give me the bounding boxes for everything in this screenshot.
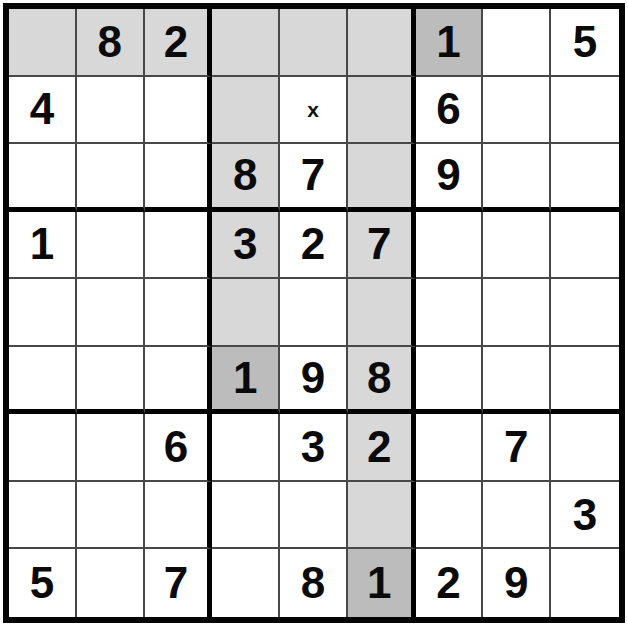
cell-r4c6[interactable]: 7 [348,212,416,280]
cell-r4c3[interactable] [145,212,213,280]
cell-r2c3[interactable] [145,77,213,145]
cell-r6c3[interactable] [145,347,213,415]
cell-r1c7[interactable]: 1 [416,9,484,77]
cell-r2c8[interactable] [483,77,551,145]
cell-r5c6[interactable] [348,279,416,347]
cell-r5c1[interactable] [9,279,77,347]
cell-r8c1[interactable] [9,482,77,550]
cell-r9c3[interactable]: 7 [145,549,213,617]
cell-r8c4[interactable] [212,482,280,550]
cell-r6c1[interactable] [9,347,77,415]
cell-r1c8[interactable] [483,9,551,77]
cell-r7c9[interactable] [551,414,619,482]
cell-r8c7[interactable] [416,482,484,550]
cell-r8c3[interactable] [145,482,213,550]
cell-r1c6[interactable] [348,9,416,77]
cell-r1c1[interactable] [9,9,77,77]
cell-r7c2[interactable] [77,414,145,482]
cell-r3c6[interactable] [348,144,416,212]
cell-r3c4[interactable]: 8 [212,144,280,212]
cell-r1c2[interactable]: 8 [77,9,145,77]
cell-r4c9[interactable] [551,212,619,280]
cell-r2c9[interactable] [551,77,619,145]
cell-r9c8[interactable]: 9 [483,549,551,617]
cell-r5c5[interactable] [280,279,348,347]
cell-r9c4[interactable] [212,549,280,617]
cell-r8c5[interactable] [280,482,348,550]
cell-r7c7[interactable] [416,414,484,482]
cell-r5c3[interactable] [145,279,213,347]
cell-r4c5[interactable]: 2 [280,212,348,280]
cell-r1c4[interactable] [212,9,280,77]
cell-r4c2[interactable] [77,212,145,280]
cell-r2c4[interactable] [212,77,280,145]
cell-r5c2[interactable] [77,279,145,347]
cell-r4c8[interactable] [483,212,551,280]
cell-r9c2[interactable] [77,549,145,617]
cell-r2c1[interactable]: 4 [9,77,77,145]
sudoku-board: 82154x6879132719863273578129 [3,3,625,623]
cell-r3c3[interactable] [145,144,213,212]
cell-r6c5[interactable]: 9 [280,347,348,415]
cell-r9c9[interactable] [551,549,619,617]
cell-r7c6[interactable]: 2 [348,414,416,482]
cell-r9c6[interactable]: 1 [348,549,416,617]
cell-r6c6[interactable]: 8 [348,347,416,415]
cell-r2c2[interactable] [77,77,145,145]
cell-r5c8[interactable] [483,279,551,347]
cell-r2c7[interactable]: 6 [416,77,484,145]
cell-r4c4[interactable]: 3 [212,212,280,280]
cell-r1c3[interactable]: 2 [145,9,213,77]
cell-r3c9[interactable] [551,144,619,212]
cell-r7c8[interactable]: 7 [483,414,551,482]
cell-r4c7[interactable] [416,212,484,280]
cell-r9c1[interactable]: 5 [9,549,77,617]
cell-r6c7[interactable] [416,347,484,415]
cell-r4c1[interactable]: 1 [9,212,77,280]
cell-r3c2[interactable] [77,144,145,212]
sudoku-board-frame: 82154x6879132719863273578129 [0,0,628,626]
cell-r6c9[interactable] [551,347,619,415]
cell-r2c6[interactable] [348,77,416,145]
cell-r8c8[interactable] [483,482,551,550]
cell-r7c4[interactable] [212,414,280,482]
cell-r7c1[interactable] [9,414,77,482]
cell-r8c2[interactable] [77,482,145,550]
pencil-mark-x: x [307,99,319,120]
cell-r9c5[interactable]: 8 [280,549,348,617]
cell-r5c7[interactable] [416,279,484,347]
cell-r5c4[interactable] [212,279,280,347]
cell-r3c5[interactable]: 7 [280,144,348,212]
cell-r2c5[interactable]: x [280,77,348,145]
cell-r6c4[interactable]: 1 [212,347,280,415]
cell-r7c3[interactable]: 6 [145,414,213,482]
cell-r6c8[interactable] [483,347,551,415]
cell-r7c5[interactable]: 3 [280,414,348,482]
cell-r8c6[interactable] [348,482,416,550]
cell-r3c8[interactable] [483,144,551,212]
cell-r3c1[interactable] [9,144,77,212]
cell-r1c9[interactable]: 5 [551,9,619,77]
cell-r1c5[interactable] [280,9,348,77]
cell-r5c9[interactable] [551,279,619,347]
cell-r8c9[interactable]: 3 [551,482,619,550]
cell-r3c7[interactable]: 9 [416,144,484,212]
cell-r6c2[interactable] [77,347,145,415]
cell-r9c7[interactable]: 2 [416,549,484,617]
